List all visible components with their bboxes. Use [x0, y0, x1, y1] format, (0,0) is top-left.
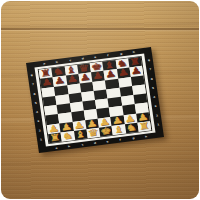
- product-photo: abcdefgh abcdefgh 87654321 87654321 ♜♞♝♛…: [1, 1, 199, 199]
- photo-vignette: [1, 1, 199, 199]
